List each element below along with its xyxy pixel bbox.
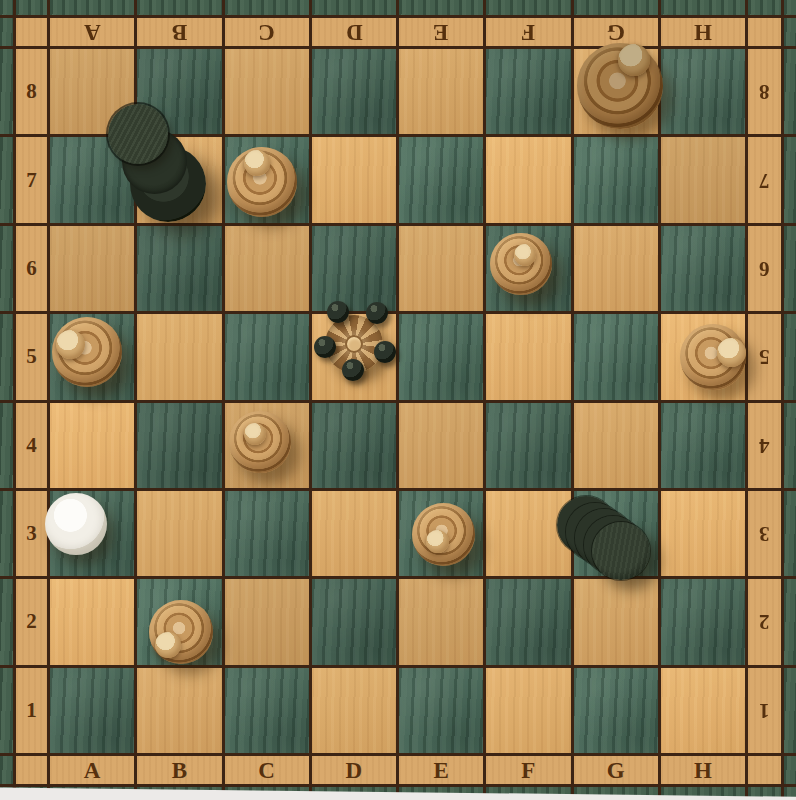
square-h2[interactable] — [661, 579, 745, 664]
file-label-top-d: D — [312, 18, 396, 46]
square-c1[interactable] — [225, 668, 309, 753]
rank-label-left-4: 4 — [16, 403, 47, 488]
frame-edge — [0, 314, 13, 399]
frame-edge — [312, 0, 396, 15]
square-e7[interactable] — [399, 137, 483, 222]
piece-white-king-g8[interactable] — [577, 43, 663, 129]
piece-white-bishop-a3[interactable] — [45, 493, 107, 555]
frame-edge — [16, 0, 47, 15]
frame-edge — [137, 0, 221, 15]
frame-edge — [0, 491, 13, 576]
frame-edge — [0, 49, 13, 134]
crown-ball-2 — [366, 302, 388, 324]
square-b3[interactable] — [137, 491, 221, 576]
stack-disc-5 — [592, 522, 650, 580]
piece-white-pawn-a5[interactable] — [52, 317, 122, 387]
file-label-bottom-f: F — [486, 756, 570, 784]
crown-ball-3 — [314, 336, 336, 358]
frame-edge — [784, 137, 796, 222]
frame-edge — [784, 18, 796, 46]
square-c8[interactable] — [225, 49, 309, 134]
piece-top-face — [56, 330, 85, 359]
frame-edge — [748, 0, 781, 15]
rank-number: 7 — [26, 170, 37, 191]
file-label-top-g: G — [574, 18, 658, 46]
frame-corner — [16, 756, 47, 784]
square-h3[interactable] — [661, 491, 745, 576]
piece-top-face — [514, 244, 536, 266]
file-letter: E — [433, 759, 448, 782]
rank-label-left-2: 2 — [16, 579, 47, 664]
frame-edge — [225, 0, 309, 15]
file-label-top-e: E — [399, 18, 483, 46]
rank-label-left-7: 7 — [16, 137, 47, 222]
piece-top-face — [244, 150, 270, 176]
square-h4[interactable] — [661, 403, 745, 488]
file-letter: A — [84, 759, 101, 782]
rank-number: 5 — [26, 346, 37, 367]
crown-center — [345, 335, 363, 353]
file-letter: E — [433, 21, 448, 44]
rank-number: 6 — [759, 258, 770, 279]
square-f7[interactable] — [486, 137, 570, 222]
square-g4[interactable] — [574, 403, 658, 488]
file-label-top-a: A — [50, 18, 134, 46]
file-label-bottom-d: D — [312, 756, 396, 784]
rank-label-right-7: 7 — [748, 137, 781, 222]
piece-white-pawn-h5[interactable] — [680, 324, 746, 390]
rank-number: 1 — [759, 700, 770, 721]
square-h6[interactable] — [661, 226, 745, 311]
rank-number: 6 — [26, 258, 37, 279]
square-b1[interactable] — [137, 668, 221, 753]
square-b4[interactable] — [137, 403, 221, 488]
square-a4[interactable] — [50, 403, 134, 488]
piece-white-pawn-f6[interactable] — [490, 233, 552, 295]
frame-edge — [784, 756, 796, 784]
crown-ball-4 — [374, 341, 396, 363]
frame-edge — [50, 0, 134, 15]
square-h8[interactable] — [661, 49, 745, 134]
square-d4[interactable] — [312, 403, 396, 488]
rank-label-left-6: 6 — [16, 226, 47, 311]
rank-label-left-5: 5 — [16, 314, 47, 399]
square-h1[interactable] — [661, 668, 745, 753]
file-letter: D — [346, 21, 363, 44]
tall-piece-top-face — [108, 104, 168, 164]
file-letter: G — [607, 21, 625, 44]
square-a2[interactable] — [50, 579, 134, 664]
square-d6[interactable] — [312, 226, 396, 311]
crown-ball-5 — [342, 359, 364, 381]
rank-number: 2 — [759, 611, 770, 632]
square-h7[interactable] — [661, 137, 745, 222]
file-letter: A — [84, 21, 101, 44]
file-label-top-f: F — [486, 18, 570, 46]
frame-edge — [784, 0, 796, 15]
piece-white-pawn-e3[interactable] — [412, 503, 475, 566]
square-e6[interactable] — [399, 226, 483, 311]
rank-label-right-1: 1 — [748, 668, 781, 753]
square-f8[interactable] — [486, 49, 570, 134]
frame-edge — [784, 314, 796, 399]
crown-ball-1 — [327, 301, 349, 323]
square-g5[interactable] — [574, 314, 658, 399]
file-letter: C — [258, 21, 275, 44]
file-label-top-c: C — [225, 18, 309, 46]
piece-white-pawn-c7[interactable] — [227, 147, 297, 217]
square-e8[interactable] — [399, 49, 483, 134]
square-e1[interactable] — [399, 668, 483, 753]
rank-label-right-6: 6 — [748, 226, 781, 311]
square-a1[interactable] — [50, 668, 134, 753]
square-e5[interactable] — [399, 314, 483, 399]
file-label-bottom-g: G — [574, 756, 658, 784]
file-letter: F — [521, 759, 535, 782]
square-c2[interactable] — [225, 579, 309, 664]
file-label-bottom-c: C — [225, 756, 309, 784]
square-g2[interactable] — [574, 579, 658, 664]
file-letter: B — [172, 759, 187, 782]
frame-corner — [748, 756, 781, 784]
piece-white-queen-d5[interactable] — [325, 315, 383, 373]
piece-top-face — [426, 530, 449, 553]
file-label-top-b: B — [137, 18, 221, 46]
square-c6[interactable] — [225, 226, 309, 311]
frame-edge — [784, 668, 796, 753]
frame-edge — [0, 226, 13, 311]
piece-white-pawn-c4[interactable] — [229, 411, 291, 473]
square-e2[interactable] — [399, 579, 483, 664]
piece-top-face — [618, 44, 650, 76]
square-f1[interactable] — [486, 668, 570, 753]
square-b5[interactable] — [137, 314, 221, 399]
square-c5[interactable] — [225, 314, 309, 399]
rank-label-right-4: 4 — [748, 403, 781, 488]
file-letter: D — [346, 759, 363, 782]
frame-edge — [399, 0, 483, 15]
frame-edge — [0, 0, 13, 15]
frame-edge — [661, 0, 745, 15]
square-d1[interactable] — [312, 668, 396, 753]
rank-number: 3 — [26, 523, 37, 544]
file-label-top-h: H — [661, 18, 745, 46]
file-letter: H — [694, 21, 712, 44]
frame-edge — [784, 49, 796, 134]
rank-label-left-1: 1 — [16, 668, 47, 753]
rank-label-right-2: 2 — [748, 579, 781, 664]
piece-black-king-b7[interactable] — [130, 146, 206, 222]
frame-corner — [16, 18, 47, 46]
rank-number: 7 — [759, 170, 770, 191]
square-c3[interactable] — [225, 491, 309, 576]
frame-edge — [0, 18, 13, 46]
rank-number: 8 — [759, 81, 770, 102]
frame-edge — [784, 403, 796, 488]
square-f5[interactable] — [486, 314, 570, 399]
piece-top-face — [244, 423, 266, 445]
frame-edge — [574, 0, 658, 15]
file-label-bottom-h: H — [661, 756, 745, 784]
square-d8[interactable] — [312, 49, 396, 134]
rank-number: 8 — [26, 81, 37, 102]
square-d7[interactable] — [312, 137, 396, 222]
piece-white-pawn-b2[interactable] — [149, 600, 213, 664]
frame-edge — [0, 756, 13, 784]
square-g1[interactable] — [574, 668, 658, 753]
rank-number: 5 — [759, 346, 770, 367]
square-f4[interactable] — [486, 403, 570, 488]
square-a6[interactable] — [50, 226, 134, 311]
piece-top-face — [717, 338, 746, 367]
frame-edge — [0, 579, 13, 664]
square-g6[interactable] — [574, 226, 658, 311]
rank-number: 4 — [759, 435, 770, 456]
frame-edge — [0, 403, 13, 488]
square-e4[interactable] — [399, 403, 483, 488]
frame-edge — [784, 226, 796, 311]
piece-black-rook-g3[interactable] — [582, 513, 640, 571]
file-letter: B — [172, 21, 187, 44]
frame-edge — [784, 491, 796, 576]
rank-label-right-5: 5 — [748, 314, 781, 399]
board-photo: ABCDEFGH8877665544332211ABCDEFGH — [0, 0, 796, 800]
piece-top-face — [155, 632, 181, 658]
rank-label-right-8: 8 — [748, 49, 781, 134]
square-f2[interactable] — [486, 579, 570, 664]
square-d3[interactable] — [312, 491, 396, 576]
frame-edge — [0, 137, 13, 222]
rank-label-right-3: 3 — [748, 491, 781, 576]
rank-number: 2 — [26, 611, 37, 632]
rank-number: 4 — [26, 435, 37, 456]
rank-label-left-8: 8 — [16, 49, 47, 134]
file-letter: H — [694, 759, 712, 782]
frame-edge — [0, 668, 13, 753]
file-letter: F — [521, 21, 535, 44]
square-b6[interactable] — [137, 226, 221, 311]
square-d2[interactable] — [312, 579, 396, 664]
file-letter: C — [258, 759, 275, 782]
file-label-bottom-a: A — [50, 756, 134, 784]
frame-edge — [486, 0, 570, 15]
rank-number: 1 — [26, 700, 37, 721]
square-g7[interactable] — [574, 137, 658, 222]
file-label-bottom-b: B — [137, 756, 221, 784]
rank-number: 3 — [759, 523, 770, 544]
frame-edge — [784, 579, 796, 664]
file-label-bottom-e: E — [399, 756, 483, 784]
frame-corner — [748, 18, 781, 46]
rank-label-left-3: 3 — [16, 491, 47, 576]
file-letter: G — [607, 759, 625, 782]
